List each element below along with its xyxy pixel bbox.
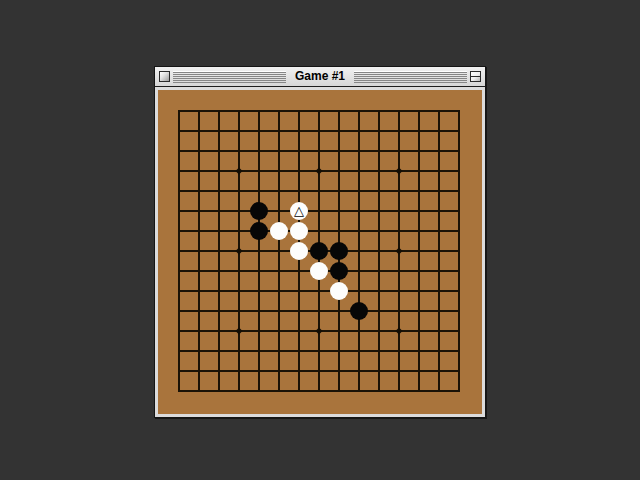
stone-white [290,242,308,260]
stone-white [310,262,328,280]
titlebar-stripes [354,71,467,83]
stone-black [250,222,268,240]
stone-white [290,222,308,240]
close-box-button[interactable] [159,71,170,82]
window-frame: △ [155,87,485,417]
game-window: Game #1 △ [154,66,486,418]
stone-black [310,242,328,260]
go-board[interactable]: △ [158,90,482,414]
stone-white [330,282,348,300]
last-move-triangle-marker: △ [294,204,304,218]
stone-white: △ [290,202,308,220]
window-titlebar[interactable]: Game #1 [155,67,485,87]
stone-black [330,262,348,280]
stone-black [330,242,348,260]
collapse-box-button[interactable] [470,71,481,82]
stone-black [350,302,368,320]
titlebar-stripes [173,71,286,83]
stone-white [270,222,288,240]
desktop: { "desktop": { "background_color": "#333… [0,0,640,480]
window-title: Game #1 [290,67,350,86]
stone-black [250,202,268,220]
